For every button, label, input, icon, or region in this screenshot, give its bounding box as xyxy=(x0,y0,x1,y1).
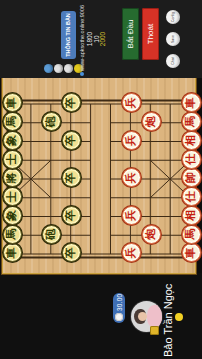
xiangqi-piece-red[interactable]: 炮 xyxy=(142,225,161,244)
start-button[interactable]: Bắt Đầu xyxy=(122,8,139,60)
xiangqi-piece-black[interactable]: 車 xyxy=(3,94,22,113)
status-dot-icon xyxy=(175,313,183,321)
config-button[interactable]: Config xyxy=(166,10,180,24)
board-grid xyxy=(3,78,195,273)
avatar-body xyxy=(147,305,162,328)
server-address: www-apksothe.online:9006 xyxy=(79,5,85,71)
coin-balance-pill: 30.00 xyxy=(113,293,125,323)
xiangqi-piece-black[interactable]: 將 xyxy=(3,169,22,188)
xiangqi-piece-black[interactable]: 象 xyxy=(3,206,22,225)
xiangqi-piece-red[interactable]: 仕 xyxy=(182,150,201,169)
round-button-row: Chat Save Config xyxy=(166,0,180,78)
coin-balance-value: 30.00 xyxy=(116,294,123,311)
xiangqi-piece-black[interactable]: 象 xyxy=(3,131,22,150)
phone-frame: 30.00 Bảo Trần Ngọc 車馬象士將士象馬車砲砲卒卒卒卒卒車馬相仕… xyxy=(0,0,202,359)
player-seat-panel: 30.00 Bảo Trần Ngọc xyxy=(0,273,202,359)
xiangqi-piece-black[interactable]: 車 xyxy=(3,244,22,263)
game-stage: 30.00 Bảo Trần Ngọc 車馬象士將士象馬車砲砲卒卒卒卒卒車馬相仕… xyxy=(0,0,202,359)
xiangqi-piece-red[interactable]: 兵 xyxy=(122,131,141,150)
coin-dot-icon xyxy=(44,64,53,73)
xiangqi-piece-red[interactable]: 車 xyxy=(182,94,201,113)
xiangqi-piece-red[interactable]: 相 xyxy=(182,206,201,225)
exit-button[interactable]: Thoát xyxy=(142,8,159,60)
chat-button[interactable]: Chat xyxy=(166,54,180,68)
xiangqi-piece-red[interactable]: 仕 xyxy=(182,187,201,206)
xiangqi-board[interactable]: 車馬象士將士象馬車砲砲卒卒卒卒卒車馬相仕帥仕相馬車炮炮兵兵兵兵兵 xyxy=(3,78,195,273)
xiangqi-piece-red[interactable]: 馬 xyxy=(182,225,201,244)
table-info-panel: THÔNG TIN BÀN www-apksothe.online:9006 1… xyxy=(0,0,202,78)
coin-dot-icon xyxy=(64,64,73,73)
coin-dot-icon xyxy=(54,64,63,73)
table-value-3: 2000 xyxy=(99,0,106,78)
xiangqi-piece-red[interactable]: 馬 xyxy=(182,112,201,131)
player-name: Bảo Trần Ngọc xyxy=(162,273,174,357)
xiangqi-piece-black[interactable]: 馬 xyxy=(3,112,22,131)
xiangqi-piece-black[interactable]: 砲 xyxy=(42,225,61,244)
avatar-face xyxy=(138,312,147,321)
xiangqi-piece-red[interactable]: 相 xyxy=(182,131,201,150)
coin-dots xyxy=(44,64,83,73)
coin-icon xyxy=(115,313,123,321)
xiangqi-piece-black[interactable]: 士 xyxy=(3,150,22,169)
xiangqi-piece-black[interactable]: 士 xyxy=(3,187,22,206)
panel-title: THÔNG TIN BÀN xyxy=(61,11,76,59)
xiangqi-piece-black[interactable]: 馬 xyxy=(3,225,22,244)
rank-badge-icon xyxy=(150,326,159,335)
xiangqi-piece-red[interactable]: 兵 xyxy=(122,206,141,225)
server-line: www-apksothe.online:9006 xyxy=(79,1,85,76)
xiangqi-piece-red[interactable]: 帥 xyxy=(182,169,201,188)
save-button[interactable]: Save xyxy=(166,32,180,46)
xiangqi-piece-red[interactable]: 炮 xyxy=(142,112,161,131)
xiangqi-piece-red[interactable]: 車 xyxy=(182,244,201,263)
globe-icon xyxy=(80,72,84,76)
